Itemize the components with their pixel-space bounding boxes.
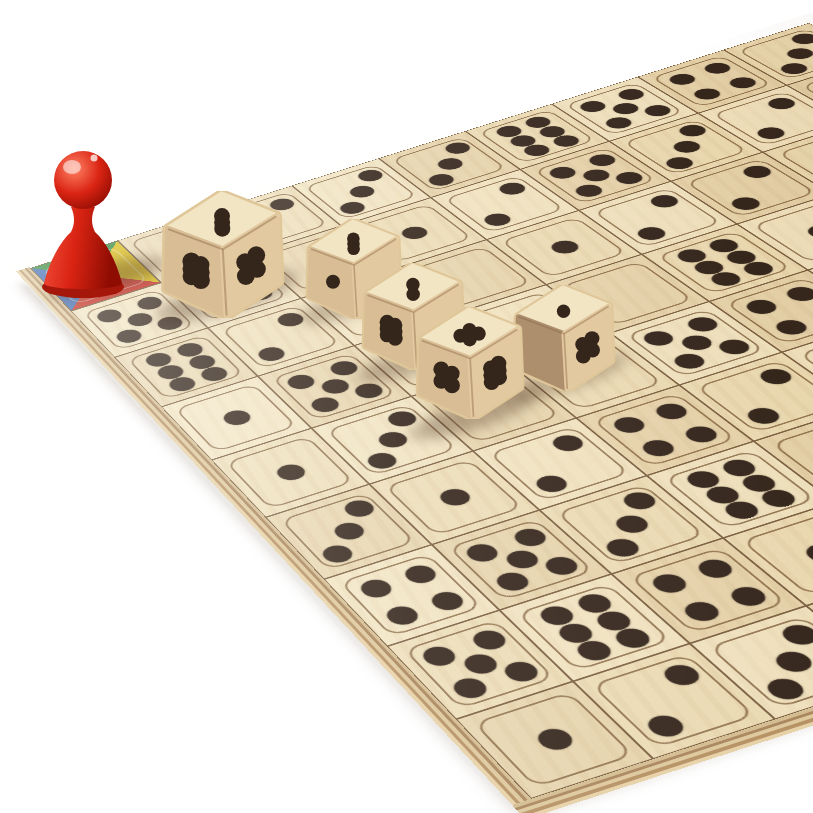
red-pawn[interactable] (36, 140, 130, 300)
photo-stage (0, 0, 813, 813)
die-4[interactable] (413, 307, 525, 419)
die-1[interactable] (158, 191, 285, 318)
die-5[interactable] (510, 285, 616, 391)
